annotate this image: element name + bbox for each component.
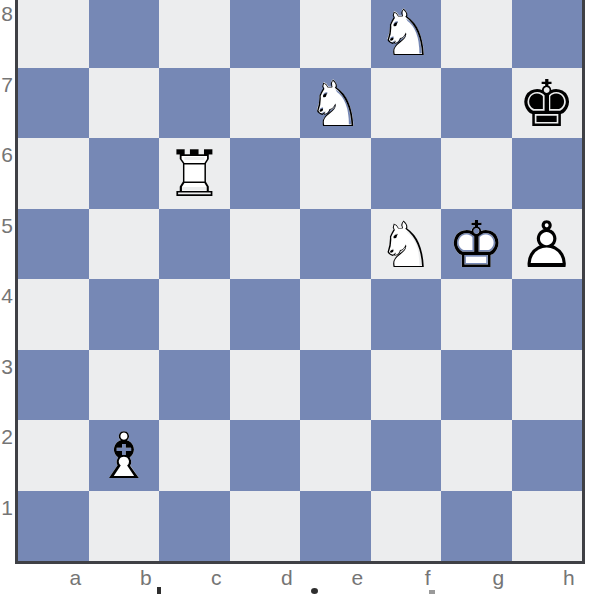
white-bishop-glyph-outline: ♗ xyxy=(89,421,160,492)
square-g5[interactable]: ♚♔ xyxy=(441,209,512,280)
square-b1[interactable] xyxy=(89,491,160,562)
square-d2[interactable] xyxy=(230,420,301,491)
square-e7[interactable]: ♞♘ xyxy=(300,68,371,139)
file-label-h: h xyxy=(554,566,584,592)
white-pawn-glyph-outline: ♙ xyxy=(512,210,583,281)
white-king-glyph-outline: ♔ xyxy=(441,210,512,281)
white-rook-glyph-outline: ♖ xyxy=(159,139,230,210)
square-h7[interactable]: ♚ xyxy=(512,68,583,139)
file-label-c: c xyxy=(201,566,231,592)
square-c3[interactable] xyxy=(159,350,230,421)
rank-label-7: 7 xyxy=(0,74,14,96)
square-g4[interactable] xyxy=(441,279,512,350)
square-b5[interactable] xyxy=(89,209,160,280)
rank-label-3: 3 xyxy=(0,356,14,378)
square-f5[interactable]: ♞♘ xyxy=(371,209,442,280)
rank-label-5: 5 xyxy=(0,215,14,237)
white-knight-glyph-outline: ♘ xyxy=(371,210,442,281)
white-knight-glyph-outline: ♘ xyxy=(371,0,442,69)
piece-white-knight[interactable]: ♞♘ xyxy=(371,209,442,280)
square-c5[interactable] xyxy=(159,209,230,280)
square-e4[interactable] xyxy=(300,279,371,350)
square-e3[interactable] xyxy=(300,350,371,421)
square-a1[interactable] xyxy=(18,491,89,562)
square-b6[interactable] xyxy=(89,138,160,209)
square-h2[interactable] xyxy=(512,420,583,491)
rank-label-4: 4 xyxy=(0,285,14,307)
cropped-text-fragment xyxy=(311,588,318,594)
square-a6[interactable] xyxy=(18,138,89,209)
file-label-g: g xyxy=(483,566,513,592)
square-g1[interactable] xyxy=(441,491,512,562)
piece-white-knight[interactable]: ♞♘ xyxy=(371,0,442,68)
square-g7[interactable] xyxy=(441,68,512,139)
square-f4[interactable] xyxy=(371,279,442,350)
file-label-e: e xyxy=(342,566,372,592)
square-a8[interactable] xyxy=(18,0,89,68)
square-b7[interactable] xyxy=(89,68,160,139)
chess-board-screenshot: ♞♘♞♘♚♜♖♞♘♚♔♟♙♝♗ 87654321 abcdefgh xyxy=(0,0,600,594)
square-b4[interactable] xyxy=(89,279,160,350)
square-d3[interactable] xyxy=(230,350,301,421)
square-g6[interactable] xyxy=(441,138,512,209)
square-f6[interactable] xyxy=(371,138,442,209)
square-d1[interactable] xyxy=(230,491,301,562)
square-a5[interactable] xyxy=(18,209,89,280)
square-e2[interactable] xyxy=(300,420,371,491)
square-c2[interactable] xyxy=(159,420,230,491)
black-king-glyph-fill: ♚ xyxy=(512,69,583,140)
square-d6[interactable] xyxy=(230,138,301,209)
square-c7[interactable] xyxy=(159,68,230,139)
file-label-f: f xyxy=(413,566,443,592)
piece-white-knight[interactable]: ♞♘ xyxy=(300,68,371,139)
rank-label-2: 2 xyxy=(0,426,14,448)
rank-label-1: 1 xyxy=(0,497,14,519)
square-b3[interactable] xyxy=(89,350,160,421)
piece-white-pawn[interactable]: ♟♙ xyxy=(512,209,583,280)
square-d8[interactable] xyxy=(230,0,301,68)
piece-white-bishop[interactable]: ♝♗ xyxy=(89,420,160,491)
square-h5[interactable]: ♟♙ xyxy=(512,209,583,280)
square-h4[interactable] xyxy=(512,279,583,350)
square-c6[interactable]: ♜♖ xyxy=(159,138,230,209)
square-h8[interactable] xyxy=(512,0,583,68)
rank-label-6: 6 xyxy=(0,144,14,166)
file-label-a: a xyxy=(60,566,90,592)
piece-white-rook[interactable]: ♜♖ xyxy=(159,138,230,209)
square-g3[interactable] xyxy=(441,350,512,421)
square-c1[interactable] xyxy=(159,491,230,562)
square-a7[interactable] xyxy=(18,68,89,139)
cropped-text-fragment xyxy=(429,590,435,594)
square-c8[interactable] xyxy=(159,0,230,68)
square-g2[interactable] xyxy=(441,420,512,491)
square-f1[interactable] xyxy=(371,491,442,562)
square-a3[interactable] xyxy=(18,350,89,421)
square-f2[interactable] xyxy=(371,420,442,491)
file-label-d: d xyxy=(272,566,302,592)
cropped-text-fragment xyxy=(157,587,161,594)
square-e5[interactable] xyxy=(300,209,371,280)
square-a2[interactable] xyxy=(18,420,89,491)
square-d7[interactable] xyxy=(230,68,301,139)
piece-black-king[interactable]: ♚ xyxy=(512,68,583,139)
square-f8[interactable]: ♞♘ xyxy=(371,0,442,68)
square-e6[interactable] xyxy=(300,138,371,209)
piece-white-king[interactable]: ♚♔ xyxy=(441,209,512,280)
square-f7[interactable] xyxy=(371,68,442,139)
square-g8[interactable] xyxy=(441,0,512,68)
white-knight-glyph-outline: ♘ xyxy=(300,69,371,140)
square-f3[interactable] xyxy=(371,350,442,421)
square-e8[interactable] xyxy=(300,0,371,68)
square-e1[interactable] xyxy=(300,491,371,562)
square-h3[interactable] xyxy=(512,350,583,421)
square-d5[interactable] xyxy=(230,209,301,280)
square-h1[interactable] xyxy=(512,491,583,562)
square-b8[interactable] xyxy=(89,0,160,68)
square-a4[interactable] xyxy=(18,279,89,350)
square-c4[interactable] xyxy=(159,279,230,350)
square-h6[interactable] xyxy=(512,138,583,209)
square-d4[interactable] xyxy=(230,279,301,350)
rank-label-8: 8 xyxy=(0,3,14,25)
chess-board: ♞♘♞♘♚♜♖♞♘♚♔♟♙♝♗ xyxy=(15,0,585,564)
square-b2[interactable]: ♝♗ xyxy=(89,420,160,491)
